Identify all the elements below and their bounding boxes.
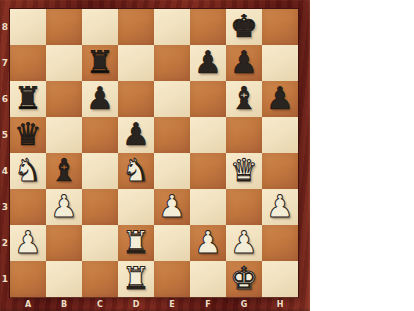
- square-h5[interactable]: [262, 117, 298, 153]
- square-a5[interactable]: ♛: [10, 117, 46, 153]
- square-g2[interactable]: ♟: [226, 225, 262, 261]
- square-h7[interactable]: [262, 45, 298, 81]
- piece-white-pawn-e3[interactable]: ♟: [158, 191, 186, 222]
- piece-black-king-g8[interactable]: ♚: [230, 11, 258, 42]
- square-c1[interactable]: [82, 261, 118, 297]
- square-c6[interactable]: ♟: [82, 81, 118, 117]
- square-c2[interactable]: [82, 225, 118, 261]
- square-a2[interactable]: ♟: [10, 225, 46, 261]
- rank-labels: 87654321: [0, 9, 10, 297]
- square-a3[interactable]: [10, 189, 46, 225]
- square-e4[interactable]: [154, 153, 190, 189]
- square-a4[interactable]: ♞: [10, 153, 46, 189]
- square-f3[interactable]: [190, 189, 226, 225]
- piece-black-pawn-d5[interactable]: ♟: [122, 119, 150, 150]
- square-h2[interactable]: [262, 225, 298, 261]
- square-c4[interactable]: [82, 153, 118, 189]
- square-f1[interactable]: [190, 261, 226, 297]
- file-label-g: G: [226, 298, 262, 311]
- square-d1[interactable]: ♜: [118, 261, 154, 297]
- square-e2[interactable]: [154, 225, 190, 261]
- square-b1[interactable]: [46, 261, 82, 297]
- piece-black-bishop-b4[interactable]: ♝: [50, 155, 78, 186]
- square-e1[interactable]: [154, 261, 190, 297]
- rank-label-7: 7: [0, 45, 10, 81]
- file-labels: ABCDEFGH: [10, 297, 298, 311]
- square-g3[interactable]: [226, 189, 262, 225]
- square-a6[interactable]: ♜: [10, 81, 46, 117]
- square-e6[interactable]: [154, 81, 190, 117]
- square-f2[interactable]: ♟: [190, 225, 226, 261]
- rank-label-2: 2: [0, 225, 10, 261]
- square-c3[interactable]: [82, 189, 118, 225]
- piece-white-rook-d1[interactable]: ♜: [122, 263, 150, 294]
- file-label-h: H: [262, 298, 298, 311]
- square-g1[interactable]: ♚: [226, 261, 262, 297]
- piece-white-pawn-b3[interactable]: ♟: [50, 191, 78, 222]
- piece-black-pawn-g7[interactable]: ♟: [230, 47, 258, 78]
- square-d2[interactable]: ♜: [118, 225, 154, 261]
- square-d3[interactable]: [118, 189, 154, 225]
- square-e5[interactable]: [154, 117, 190, 153]
- square-h4[interactable]: [262, 153, 298, 189]
- chess-board: ♚♜♟♟♜♟♝♟♛♟♞♝♞♛♟♟♟♟♜♟♟♜♚: [10, 9, 298, 297]
- square-f7[interactable]: ♟: [190, 45, 226, 81]
- page: ♚♜♟♟♜♟♝♟♛♟♞♝♞♛♟♟♟♟♜♟♟♜♚ 87654321 ABCDEFG…: [0, 0, 414, 311]
- square-g6[interactable]: ♝: [226, 81, 262, 117]
- chess-board-frame: ♚♜♟♟♜♟♝♟♛♟♞♝♞♛♟♟♟♟♜♟♟♜♚ 87654321 ABCDEFG…: [0, 0, 310, 311]
- file-label-d: D: [118, 298, 154, 311]
- square-d8[interactable]: [118, 9, 154, 45]
- square-g4[interactable]: ♛: [226, 153, 262, 189]
- piece-black-pawn-c6[interactable]: ♟: [86, 83, 114, 114]
- square-h6[interactable]: ♟: [262, 81, 298, 117]
- piece-white-knight-a4[interactable]: ♞: [14, 155, 42, 186]
- square-a1[interactable]: [10, 261, 46, 297]
- square-b7[interactable]: [46, 45, 82, 81]
- file-label-a: A: [10, 298, 46, 311]
- square-b3[interactable]: ♟: [46, 189, 82, 225]
- file-label-b: B: [46, 298, 82, 311]
- rank-label-1: 1: [0, 261, 10, 297]
- square-d5[interactable]: ♟: [118, 117, 154, 153]
- piece-white-rook-d2[interactable]: ♜: [122, 227, 150, 258]
- piece-white-queen-g4[interactable]: ♛: [230, 155, 258, 186]
- square-f4[interactable]: [190, 153, 226, 189]
- rank-label-4: 4: [0, 153, 10, 189]
- square-c8[interactable]: [82, 9, 118, 45]
- file-label-c: C: [82, 298, 118, 311]
- square-a7[interactable]: [10, 45, 46, 81]
- square-d4[interactable]: ♞: [118, 153, 154, 189]
- piece-white-pawn-a2[interactable]: ♟: [14, 227, 42, 258]
- square-d6[interactable]: [118, 81, 154, 117]
- square-b5[interactable]: [46, 117, 82, 153]
- file-label-f: F: [190, 298, 226, 311]
- piece-black-rook-a6[interactable]: ♜: [14, 83, 42, 114]
- square-b6[interactable]: [46, 81, 82, 117]
- rank-label-3: 3: [0, 189, 10, 225]
- piece-black-pawn-f7[interactable]: ♟: [194, 47, 222, 78]
- square-c5[interactable]: [82, 117, 118, 153]
- file-label-e: E: [154, 298, 190, 311]
- square-h8[interactable]: [262, 9, 298, 45]
- piece-white-king-g1[interactable]: ♚: [230, 263, 258, 294]
- piece-black-pawn-h6[interactable]: ♟: [266, 83, 294, 114]
- square-b4[interactable]: ♝: [46, 153, 82, 189]
- piece-white-pawn-g2[interactable]: ♟: [230, 227, 258, 258]
- square-f6[interactable]: [190, 81, 226, 117]
- piece-white-pawn-f2[interactable]: ♟: [194, 227, 222, 258]
- rank-label-6: 6: [0, 81, 10, 117]
- square-g8[interactable]: ♚: [226, 9, 262, 45]
- square-d7[interactable]: [118, 45, 154, 81]
- piece-white-knight-d4[interactable]: ♞: [122, 155, 150, 186]
- square-e8[interactable]: [154, 9, 190, 45]
- square-f8[interactable]: [190, 9, 226, 45]
- square-h3[interactable]: ♟: [262, 189, 298, 225]
- piece-white-pawn-h3[interactable]: ♟: [266, 191, 294, 222]
- square-c7[interactable]: ♜: [82, 45, 118, 81]
- rank-label-5: 5: [0, 117, 10, 153]
- square-b2[interactable]: [46, 225, 82, 261]
- square-g7[interactable]: ♟: [226, 45, 262, 81]
- piece-black-queen-a5[interactable]: ♛: [14, 119, 42, 150]
- square-e3[interactable]: ♟: [154, 189, 190, 225]
- square-a8[interactable]: [10, 9, 46, 45]
- square-g5[interactable]: [226, 117, 262, 153]
- square-h1[interactable]: [262, 261, 298, 297]
- square-f5[interactable]: [190, 117, 226, 153]
- piece-black-bishop-g6[interactable]: ♝: [230, 83, 258, 114]
- square-e7[interactable]: [154, 45, 190, 81]
- rank-label-8: 8: [0, 9, 10, 45]
- piece-black-rook-c7[interactable]: ♜: [86, 47, 114, 78]
- square-b8[interactable]: [46, 9, 82, 45]
